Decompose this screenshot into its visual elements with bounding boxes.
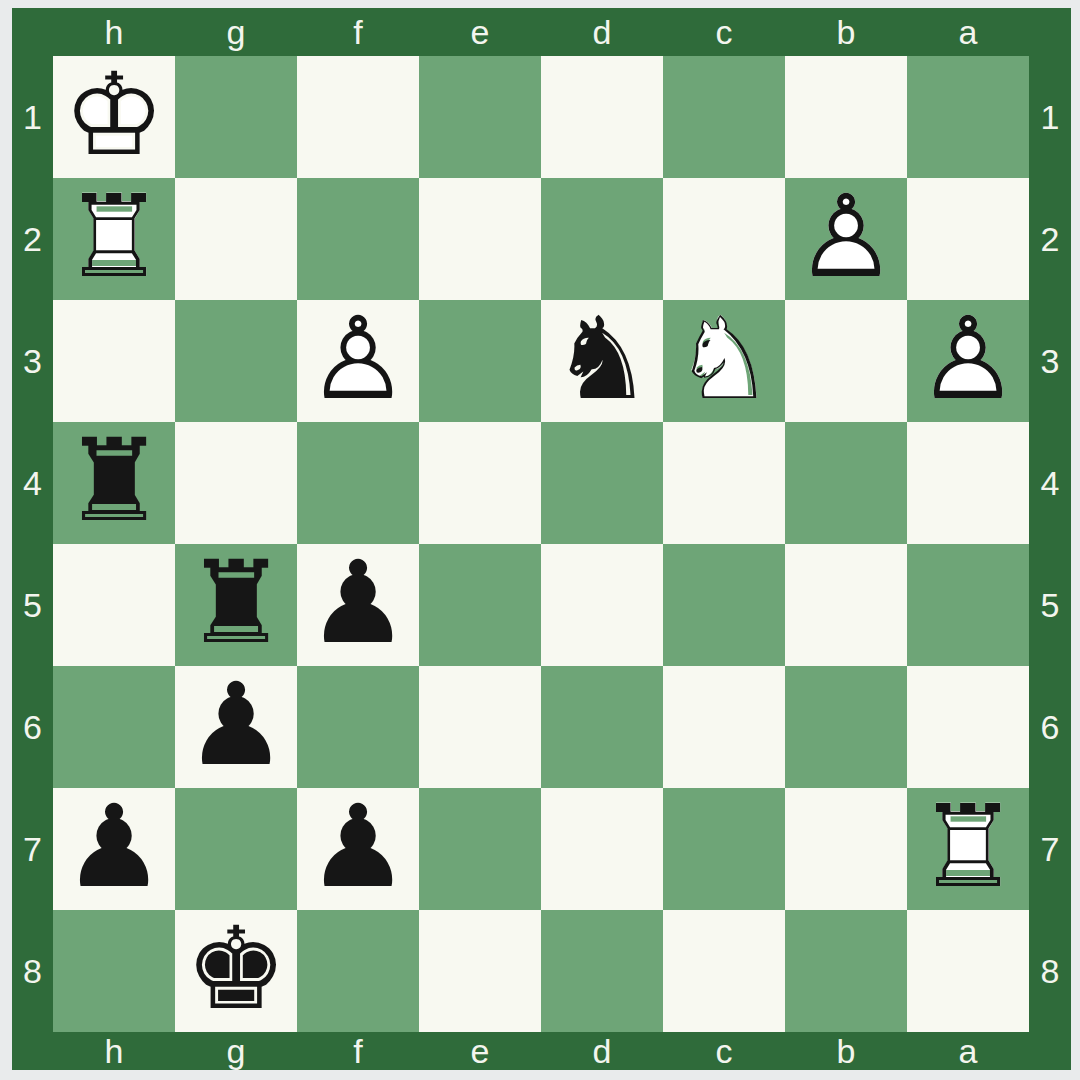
square-d1[interactable] (541, 56, 663, 178)
square-d4[interactable] (541, 422, 663, 544)
square-f1[interactable] (297, 56, 419, 178)
file-label-e-top: e (419, 8, 541, 56)
piece-black-pawn[interactable]: ♟ (297, 788, 419, 910)
square-d5[interactable] (541, 544, 663, 666)
file-label-a-bottom: a (907, 1032, 1029, 1070)
square-h4[interactable]: ♜ (53, 422, 175, 544)
piece-white-rook[interactable]: ♜♖ (53, 178, 175, 300)
piece-white-pawn[interactable]: ♟♙ (297, 300, 419, 422)
square-d6[interactable] (541, 666, 663, 788)
piece-black-pawn[interactable]: ♟ (297, 544, 419, 666)
file-label-b-bottom: b (785, 1032, 907, 1070)
file-label-g-bottom: g (175, 1032, 297, 1070)
piece-black-rook[interactable]: ♜ (53, 422, 175, 544)
square-g7[interactable] (175, 788, 297, 910)
knight-glyph: ♞ (551, 302, 653, 416)
rank-label-6-left: 6 (12, 666, 53, 788)
square-f4[interactable] (297, 422, 419, 544)
file-label-c-bottom: c (663, 1032, 785, 1070)
file-label-d-top: d (541, 8, 663, 56)
square-g1[interactable] (175, 56, 297, 178)
square-f7[interactable]: ♟ (297, 788, 419, 910)
square-a8[interactable] (907, 910, 1029, 1032)
square-g8[interactable]: ♚ (175, 910, 297, 1032)
piece-black-pawn[interactable]: ♟ (53, 788, 175, 910)
square-b1[interactable] (785, 56, 907, 178)
file-label-b-top: b (785, 8, 907, 56)
square-g2[interactable] (175, 178, 297, 300)
square-e8[interactable] (419, 910, 541, 1032)
pawn-glyph-outline: ♙ (917, 302, 1019, 416)
square-b8[interactable] (785, 910, 907, 1032)
square-a5[interactable] (907, 544, 1029, 666)
piece-white-pawn[interactable]: ♟♙ (785, 178, 907, 300)
piece-black-king[interactable]: ♚ (175, 910, 297, 1032)
rank-label-5-right: 5 (1029, 544, 1071, 666)
square-f3[interactable]: ♟♙ (297, 300, 419, 422)
square-c4[interactable] (663, 422, 785, 544)
file-label-h-bottom: h (53, 1032, 175, 1070)
square-d7[interactable] (541, 788, 663, 910)
square-c6[interactable] (663, 666, 785, 788)
square-h3[interactable] (53, 300, 175, 422)
square-b7[interactable] (785, 788, 907, 910)
square-d2[interactable] (541, 178, 663, 300)
square-c1[interactable] (663, 56, 785, 178)
king-glyph-outline: ♔ (63, 58, 165, 172)
square-h6[interactable] (53, 666, 175, 788)
square-a6[interactable] (907, 666, 1029, 788)
square-e7[interactable] (419, 788, 541, 910)
piece-black-knight[interactable]: ♞ (541, 300, 663, 422)
square-e5[interactable] (419, 544, 541, 666)
chess-board: hgfedcba1♚♔12♜♖♟♙23♟♙♞♞♘♟♙34♜45♜♟56♟67♟♟… (12, 8, 1071, 1070)
piece-black-pawn[interactable]: ♟ (175, 666, 297, 788)
board-corner (1029, 8, 1071, 56)
file-label-g-top: g (175, 8, 297, 56)
square-f5[interactable]: ♟ (297, 544, 419, 666)
square-c2[interactable] (663, 178, 785, 300)
square-g5[interactable]: ♜ (175, 544, 297, 666)
knight-glyph-outline: ♘ (673, 302, 775, 416)
rook-glyph: ♜ (185, 546, 287, 660)
rank-label-3-right: 3 (1029, 300, 1071, 422)
pawn-glyph: ♟ (63, 790, 165, 904)
square-e4[interactable] (419, 422, 541, 544)
square-c5[interactable] (663, 544, 785, 666)
square-a2[interactable] (907, 178, 1029, 300)
square-e1[interactable] (419, 56, 541, 178)
square-f2[interactable] (297, 178, 419, 300)
square-c7[interactable] (663, 788, 785, 910)
board-corner (1029, 1032, 1071, 1070)
square-b4[interactable] (785, 422, 907, 544)
file-label-c-top: c (663, 8, 785, 56)
piece-white-king[interactable]: ♚♔ (53, 56, 175, 178)
rank-label-8-left: 8 (12, 910, 53, 1032)
square-a1[interactable] (907, 56, 1029, 178)
file-label-f-top: f (297, 8, 419, 56)
rank-label-1-left: 1 (12, 56, 53, 178)
square-f6[interactable] (297, 666, 419, 788)
square-e6[interactable] (419, 666, 541, 788)
piece-white-pawn[interactable]: ♟♙ (907, 300, 1029, 422)
piece-black-rook[interactable]: ♜ (175, 544, 297, 666)
rank-label-1-right: 1 (1029, 56, 1071, 178)
square-e2[interactable] (419, 178, 541, 300)
rank-label-4-right: 4 (1029, 422, 1071, 544)
rank-label-4-left: 4 (12, 422, 53, 544)
rank-label-5-left: 5 (12, 544, 53, 666)
pawn-glyph-outline: ♙ (307, 302, 409, 416)
piece-white-knight[interactable]: ♞♘ (663, 300, 785, 422)
rank-label-8-right: 8 (1029, 910, 1071, 1032)
rank-label-2-right: 2 (1029, 178, 1071, 300)
square-a7[interactable]: ♜♖ (907, 788, 1029, 910)
square-a3[interactable]: ♟♙ (907, 300, 1029, 422)
rook-glyph: ♜ (63, 424, 165, 538)
square-c3[interactable]: ♞♘ (663, 300, 785, 422)
rook-glyph-outline: ♖ (63, 180, 165, 294)
square-h7[interactable]: ♟ (53, 788, 175, 910)
square-g4[interactable] (175, 422, 297, 544)
file-label-f-bottom: f (297, 1032, 419, 1070)
pawn-glyph: ♟ (307, 790, 409, 904)
file-label-d-bottom: d (541, 1032, 663, 1070)
board-corner (12, 8, 53, 56)
square-h1[interactable]: ♚♔ (53, 56, 175, 178)
square-d3[interactable]: ♞ (541, 300, 663, 422)
square-a4[interactable] (907, 422, 1029, 544)
square-b2[interactable]: ♟♙ (785, 178, 907, 300)
square-h2[interactable]: ♜♖ (53, 178, 175, 300)
square-c8[interactable] (663, 910, 785, 1032)
rank-label-7-left: 7 (12, 788, 53, 910)
square-f8[interactable] (297, 910, 419, 1032)
file-label-e-bottom: e (419, 1032, 541, 1070)
file-label-a-top: a (907, 8, 1029, 56)
square-h5[interactable] (53, 544, 175, 666)
pawn-glyph: ♟ (307, 546, 409, 660)
rank-label-2-left: 2 (12, 178, 53, 300)
rank-label-7-right: 7 (1029, 788, 1071, 910)
rank-label-3-left: 3 (12, 300, 53, 422)
pawn-glyph-outline: ♙ (795, 180, 897, 294)
square-g3[interactable] (175, 300, 297, 422)
rook-glyph-outline: ♖ (917, 790, 1019, 904)
board-corner (12, 1032, 53, 1070)
square-b5[interactable] (785, 544, 907, 666)
square-h8[interactable] (53, 910, 175, 1032)
square-g6[interactable]: ♟ (175, 666, 297, 788)
piece-white-rook[interactable]: ♜♖ (907, 788, 1029, 910)
rank-label-6-right: 6 (1029, 666, 1071, 788)
square-d8[interactable] (541, 910, 663, 1032)
pawn-glyph: ♟ (185, 668, 287, 782)
square-b3[interactable] (785, 300, 907, 422)
square-b6[interactable] (785, 666, 907, 788)
king-glyph: ♚ (185, 912, 287, 1026)
square-e3[interactable] (419, 300, 541, 422)
